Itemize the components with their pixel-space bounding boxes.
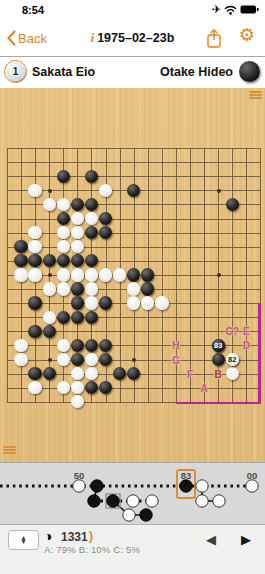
stone-black [85, 254, 98, 267]
tree-move-number-label: 00 [247, 470, 258, 481]
stone-white [43, 311, 56, 324]
stone-white [14, 339, 27, 352]
stone-white [28, 240, 41, 253]
stone-black [99, 212, 112, 225]
star-point [217, 189, 221, 193]
grid-line-vertical [162, 148, 163, 403]
tree-node-white[interactable] [196, 480, 208, 492]
grid-line-horizontal [7, 388, 261, 389]
tree-node-black[interactable] [88, 495, 100, 507]
stone-white [85, 282, 98, 295]
stone-white [14, 268, 27, 281]
tree-node-white[interactable] [146, 495, 158, 507]
app-screen: 8:54 ✈ Back i1975–02–23b [0, 0, 265, 574]
stone-black [99, 226, 112, 239]
stone-black [71, 296, 84, 309]
stone-black [141, 268, 154, 281]
star-point [217, 273, 221, 277]
stone-white [57, 268, 70, 281]
next-move-button[interactable]: ▶ [241, 533, 251, 546]
tree-node-black[interactable] [91, 480, 103, 492]
stone-white [57, 381, 70, 394]
stone-black [85, 339, 98, 352]
stone-white [57, 353, 70, 366]
stone-white [85, 268, 98, 281]
grid-line-vertical [260, 148, 261, 403]
game-id: 1975–02–23b [97, 31, 174, 45]
grid-line-vertical [204, 148, 205, 403]
tree-node-white[interactable] [246, 480, 258, 492]
move-hint-letter[interactable]: H [172, 340, 179, 351]
stone-black [71, 339, 84, 352]
go-board[interactable]: 8382C?EHDGFBA [0, 88, 265, 462]
stone-black [28, 296, 41, 309]
stone-black [43, 325, 56, 338]
board-resize-handle-top[interactable] [249, 91, 262, 99]
stone-white [71, 212, 84, 225]
last-move-stone-white: 82 [226, 353, 239, 366]
stone-white [28, 226, 41, 239]
stone-black [43, 254, 56, 267]
game-count-icon: ◑ [44, 528, 52, 544]
stone-white [127, 282, 140, 295]
tree-node-white[interactable] [127, 495, 139, 507]
white-player-name: Sakata Eio [32, 65, 95, 79]
stone-white [14, 353, 27, 366]
stone-black [28, 325, 41, 338]
game-count: 1331 [61, 530, 88, 544]
share-button[interactable] [205, 28, 223, 50]
stone-black [57, 170, 70, 183]
previous-move-button[interactable]: ◀ [206, 533, 216, 546]
star-point [48, 189, 52, 193]
variation-region-marker-right [258, 303, 261, 404]
bottom-toolbar: ▲ ▼ ◑ 1331 ) A: 79% B: 10% C: 5% ◀ ▶ [0, 524, 265, 574]
status-bar: 8:54 ✈ [0, 0, 265, 22]
stone-black [99, 339, 112, 352]
stone-black [212, 353, 225, 366]
stone-white [85, 212, 98, 225]
stone-black [113, 367, 126, 380]
stone-black [141, 282, 154, 295]
stone-white [141, 296, 154, 309]
stone-white [57, 240, 70, 253]
stone-black [14, 240, 27, 253]
stone-black [71, 282, 84, 295]
stone-black [99, 353, 112, 366]
stone-white [85, 296, 98, 309]
count-disclosure-chevron[interactable]: ) [89, 529, 93, 543]
stone-white [71, 240, 84, 253]
stone-white [43, 198, 56, 211]
grid-line-vertical [190, 148, 191, 403]
stone-black [85, 311, 98, 324]
move-stepper[interactable]: ▲ ▼ [8, 530, 39, 550]
last-move-stone-black: 83 [212, 339, 225, 352]
stone-black [99, 381, 112, 394]
star-point [48, 273, 52, 277]
stone-black [28, 367, 41, 380]
stone-white [71, 367, 84, 380]
black-player-name: Otake Hideo [160, 65, 233, 79]
stone-white [71, 268, 84, 281]
tree-node-black[interactable] [180, 480, 192, 492]
board-resize-handle-bottom[interactable] [3, 446, 16, 454]
stone-black [71, 254, 84, 267]
stone-white [57, 226, 70, 239]
game-tree[interactable]: 508300 [0, 462, 265, 524]
tree-node-white[interactable] [196, 495, 208, 507]
stone-black [57, 212, 70, 225]
stone-white [99, 184, 112, 197]
stone-black [85, 381, 98, 394]
move-statistics: A: 79% B: 10% C: 5% [44, 544, 140, 555]
stepper-down-icon[interactable]: ▼ [20, 540, 26, 544]
airplane-mode-icon: ✈ [212, 4, 221, 15]
stone-white [71, 381, 84, 394]
stone-white [71, 226, 84, 239]
grid-line-vertical [246, 148, 247, 403]
player-bar: 1 Sakata Eio Otake Hideo [0, 57, 265, 88]
tree-node-black[interactable] [140, 509, 152, 521]
tree-move-number-label: 83 [181, 470, 192, 481]
stone-white [99, 268, 112, 281]
info-icon: i [91, 31, 94, 45]
star-point [48, 358, 52, 362]
stone-white [127, 296, 140, 309]
move-hint-letter[interactable]: A [200, 382, 207, 393]
navigation-bar: Back i1975–02–23b ⚙ [0, 22, 265, 57]
move-number-label: 83 [214, 342, 222, 350]
tree-node-white[interactable] [123, 509, 135, 521]
stone-white [57, 282, 70, 295]
page-title: i1975–02–23b [0, 31, 265, 46]
stone-white [43, 282, 56, 295]
move-hint-letter[interactable]: B [215, 368, 222, 379]
stone-black [71, 311, 84, 324]
stone-black [71, 198, 84, 211]
move-hint-letter[interactable]: D [243, 340, 250, 351]
wifi-icon [224, 5, 237, 15]
move-hint-letter[interactable]: G [172, 354, 180, 365]
move-hint-letter[interactable]: F [187, 368, 193, 379]
stone-white [28, 381, 41, 394]
stone-black [71, 353, 84, 366]
move-hint-letter[interactable]: E [243, 326, 250, 337]
white-player-stone-badge: 1 [4, 60, 27, 83]
white-stone-number: 1 [7, 63, 25, 81]
stone-black [127, 367, 140, 380]
clock-time: 8:54 [22, 4, 44, 16]
settings-gear-button[interactable]: ⚙ [239, 26, 255, 44]
stone-black [99, 296, 112, 309]
stone-white [113, 268, 126, 281]
stone-white [155, 296, 168, 309]
stone-black [85, 170, 98, 183]
stone-black [85, 198, 98, 211]
stone-black [28, 254, 41, 267]
status-icons: ✈ [212, 4, 259, 15]
variation-region-marker-bottom [176, 402, 261, 405]
tree-node-black[interactable] [107, 495, 119, 507]
move-number-label: 82 [228, 356, 236, 364]
stone-white [28, 268, 41, 281]
stone-black [127, 184, 140, 197]
black-player-stone-badge [239, 61, 260, 82]
tree-move-number-label: 50 [74, 470, 85, 481]
battery-icon [240, 5, 259, 14]
stone-black [127, 268, 140, 281]
stone-white [226, 367, 239, 380]
stone-black [57, 254, 70, 267]
tree-node-white[interactable] [213, 495, 225, 507]
star-point [132, 358, 136, 362]
stone-black [57, 311, 70, 324]
stone-white [57, 339, 70, 352]
stone-white [28, 184, 41, 197]
stone-black [226, 198, 239, 211]
stone-white [57, 198, 70, 211]
stone-black [14, 254, 27, 267]
move-hint-letter[interactable]: C? [226, 326, 239, 337]
stone-white [85, 353, 98, 366]
tree-node-white[interactable] [73, 480, 85, 492]
stone-black [85, 226, 98, 239]
stone-black [43, 367, 56, 380]
stone-white [71, 395, 84, 408]
stone-white [85, 367, 98, 380]
